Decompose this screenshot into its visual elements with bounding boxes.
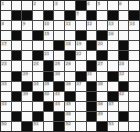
crossword-cell-r2c4[interactable]: 10 [44,21,54,30]
clue-number: 43 [1,102,7,107]
clue-number: 40 [44,92,50,97]
black-cell-r0c7 [76,1,86,10]
black-cell-r9c3 [33,92,43,101]
black-cell-r5c9 [97,51,107,60]
clue-number: 23 [1,61,7,66]
clue-number: 22 [76,51,82,56]
clue-number: 36 [65,82,71,87]
clue-number: 12 [87,21,93,26]
crossword-cell-r4c3[interactable] [33,41,43,50]
crossword-cell-r2c0[interactable]: 8 [1,21,11,30]
crossword-cell-r7c0[interactable] [1,72,11,81]
crossword-cell-r4c10[interactable] [108,41,118,50]
black-cell-r11c8 [87,112,97,121]
crossword-cell-r10c2[interactable] [22,102,32,111]
crossword-cell-r7c11[interactable]: 32 [119,72,129,81]
crossword-cell-r9c9[interactable] [97,92,107,101]
crossword-cell-r5c12[interactable] [129,51,139,60]
crossword-cell-r3c10[interactable]: 16 [108,31,118,40]
crossword-cell-r6c7[interactable] [76,61,86,70]
black-cell-r11c11 [119,112,129,121]
crossword-cell-r9c12[interactable] [129,92,139,101]
black-cell-r8c2 [22,82,32,91]
black-cell-r6c4 [44,61,54,70]
clue-number: 46 [97,102,103,107]
crossword-cell-r2c6[interactable]: 11 [65,21,75,30]
crossword-cell-r6c1[interactable] [12,61,22,70]
crossword-cell-r8c4[interactable]: 35 [44,82,54,91]
clue-number: 39 [22,92,28,97]
clue-number: 16 [108,31,114,36]
black-cell-r5c6 [65,51,75,60]
crossword-cell-r1c9[interactable] [97,11,107,20]
clue-number: 48 [65,112,71,117]
crossword-cell-r2c2[interactable]: 9 [22,21,32,30]
crossword-cell-r0c1[interactable] [12,1,22,10]
black-cell-r3c7 [76,31,86,40]
black-cell-r4c11 [119,41,129,50]
crossword-cell-r11c12[interactable] [129,112,139,121]
clue-number: 20 [97,41,103,46]
black-cell-r11c3 [33,112,43,121]
clue-number: 4 [87,1,90,6]
crossword-cell-r11c6[interactable]: 48 [65,112,75,121]
crossword-cell-r2c1[interactable] [12,21,22,30]
crossword-cell-r3c0[interactable] [1,31,11,40]
black-cell-r7c7 [76,72,86,81]
crossword-cell-r2c3[interactable] [33,21,43,30]
black-cell-r3c3 [33,31,43,40]
black-cell-r3c1 [12,31,22,40]
crossword-cell-r4c0[interactable]: 17 [1,41,11,50]
crossword-cell-r9c2[interactable]: 39 [22,92,32,101]
clue-number: 31 [87,72,93,77]
crossword-cell-r6c6[interactable]: 26 [65,61,75,70]
crossword-cell-r3c11[interactable] [119,31,129,40]
crossword-cell-r2c7[interactable] [76,21,86,30]
clue-number: 51 [33,122,39,127]
black-cell-r12c9 [97,122,107,131]
crossword-cell-r12c7[interactable] [76,122,86,131]
clue-number: 53 [108,122,114,127]
crossword-cell-r5c5[interactable] [54,51,64,60]
crossword-cell-r2c12[interactable]: 14 [129,21,139,30]
clue-number: 25 [54,61,60,66]
clue-number: 5 [97,1,100,6]
black-cell-r7c4 [44,72,54,81]
black-cell-r5c3 [33,51,43,60]
black-cell-r9c10 [108,92,118,101]
clue-number: 13 [108,21,114,26]
crossword-cell-r7c6[interactable] [65,72,75,81]
crossword-cell-r4c6[interactable]: 18 [65,41,75,50]
black-cell-r1c6 [65,11,75,20]
black-cell-r11c5 [54,112,64,121]
clue-number: 32 [119,72,125,77]
crossword-cell-r8c1[interactable] [12,82,22,91]
clue-number: 50 [1,122,7,127]
crossword-cell-r4c4[interactable] [44,41,54,50]
crossword-cell-r4c1[interactable] [12,41,22,50]
crossword-cell-r2c10[interactable]: 13 [108,21,118,30]
crossword-cell-r12c6[interactable]: 52 [65,122,75,131]
black-cell-r1c1 [12,11,22,20]
crossword-cell-r2c5[interactable] [54,21,64,30]
black-cell-r6c8 [87,61,97,70]
crossword-cell-r8c6[interactable]: 36 [65,82,75,91]
clue-number: 17 [1,41,7,46]
crossword-cell-r3c4[interactable]: 15 [44,31,54,40]
crossword-cell-r10c5[interactable]: 44 [54,102,64,111]
crossword-cell-r11c9[interactable]: 49 [97,112,107,121]
crossword-cell-r5c4[interactable]: 21 [44,51,54,60]
crossword-cell-r7c3[interactable] [33,72,43,81]
crossword-cell-r9c4[interactable]: 40 [44,92,54,101]
clue-number: 33 [1,82,7,87]
black-cell-r12c2 [22,122,32,131]
crossword-cell-r3c8[interactable] [87,31,97,40]
black-cell-r7c10 [108,72,118,81]
crossword-cell-r10c11[interactable] [119,102,129,111]
crossword-cell-r11c10[interactable] [108,112,118,121]
crossword-cell-r12c4[interactable] [44,122,54,131]
crossword-cell-r1c11[interactable] [119,11,129,20]
crossword-cell-r3c2[interactable] [22,31,32,40]
clue-number: 41 [54,92,60,97]
crossword-cell-r8c10[interactable] [108,82,118,91]
crossword-cell-r5c0[interactable] [1,51,11,60]
crossword-cell-r12c3[interactable]: 51 [33,122,43,131]
clue-number: 8 [1,21,4,26]
crossword-cell-r10c10[interactable]: 47 [108,102,118,111]
crossword-cell-r4c9[interactable]: 20 [97,41,107,50]
crossword-cell-r0c0[interactable]: 1 [1,1,11,10]
crossword-cell-r12c8[interactable] [87,122,97,131]
crossword-cell-r6c5[interactable]: 25 [54,61,64,70]
black-cell-r12c5 [54,122,64,131]
crossword-cell-r12c10[interactable]: 53 [108,122,118,131]
clue-number: 26 [65,61,71,66]
black-cell-r8c5 [54,82,64,91]
crossword-cell-r0c9[interactable]: 5 [97,1,107,10]
crossword-cell-r1c3[interactable] [33,11,43,20]
black-cell-r4c8 [87,41,97,50]
crossword-cell-r0c6[interactable] [65,1,75,10]
clue-number: 47 [108,102,114,107]
crossword-cell-r6c0[interactable]: 23 [1,61,11,70]
clue-number: 10 [44,21,50,26]
crossword-cell-r5c8[interactable] [87,51,97,60]
crossword-cell-r8c12[interactable] [129,82,139,91]
black-cell-r9c6 [65,92,75,101]
crossword-cell-r6c12[interactable] [129,61,139,70]
crossword-cell-r8c0[interactable]: 33 [1,82,11,91]
crossword-cell-r11c7[interactable] [76,112,86,121]
clue-number: 19 [76,41,82,46]
crossword-cell-r9c7[interactable] [76,92,86,101]
clue-number: 11 [65,21,71,26]
clue-number: 24 [33,61,39,66]
crossword-cell-r7c8[interactable]: 31 [87,72,97,81]
crossword-cell-r9c11[interactable]: 42 [119,92,129,101]
crossword-cell-r10c6[interactable]: 45 [65,102,75,111]
clue-number: 38 [97,82,103,87]
crossword-cell-r0c12[interactable] [129,1,139,10]
crossword-cell-r7c2[interactable]: 29 [22,72,32,81]
crossword-cell-r9c0[interactable] [1,92,11,101]
crossword-cell-r10c7[interactable] [76,102,86,111]
crossword-cell-r4c12[interactable] [129,41,139,50]
crossword-cell-r12c1[interactable] [12,122,22,131]
clue-number: 34 [33,82,39,87]
crossword-cell-r2c8[interactable]: 12 [87,21,97,30]
crossword-cell-r1c5[interactable] [54,11,64,20]
crossword-cell-r10c0[interactable]: 43 [1,102,11,111]
clue-number: 14 [129,21,135,26]
black-cell-r3c9 [97,31,107,40]
clue-number: 3 [54,1,57,6]
crossword-cell-r0c4[interactable] [44,1,54,10]
crossword-cell-r0c11[interactable]: 6 [119,1,129,10]
crossword-cell-r4c2[interactable] [22,41,32,50]
crossword-cell-r7c5[interactable]: 30 [54,72,64,81]
crossword-cell-r3c6[interactable] [65,31,75,40]
crossword-cell-r8c7[interactable]: 37 [76,82,86,91]
black-cell-r1c2 [22,11,32,20]
crossword-cell-r12c11[interactable] [119,122,129,131]
crossword-cell-r0c3[interactable]: 2 [33,1,43,10]
crossword-cell-r5c7[interactable]: 22 [76,51,86,60]
crossword-cell-r0c8[interactable]: 4 [87,1,97,10]
black-cell-r1c8 [87,11,97,20]
crossword-cell-r2c9[interactable] [97,21,107,30]
clue-number: 27 [97,61,103,66]
crossword-cell-r7c9[interactable] [97,72,107,81]
crossword-cell-r7c12[interactable] [129,72,139,81]
clue-number: 1 [1,1,4,6]
crossword-cell-r6c2[interactable] [22,61,32,70]
clue-number: 37 [76,82,82,87]
crossword-cell-r6c10[interactable] [108,61,118,70]
clue-number: 15 [44,31,50,36]
crossword-cell-r0c2[interactable] [22,1,32,10]
clue-number: 9 [22,21,25,26]
black-cell-r9c8 [87,92,97,101]
black-cell-r10c4 [44,102,54,111]
crossword-cell-r1c0[interactable] [1,11,11,20]
clue-number: 35 [44,82,50,87]
crossword-cell-r1c7[interactable]: 7 [76,11,86,20]
crossword-cell-r6c3[interactable]: 24 [33,61,43,70]
crossword-cell-r10c12[interactable] [129,102,139,111]
crossword-cell-r10c9[interactable]: 46 [97,102,107,111]
crossword-cell-r10c1[interactable] [12,102,22,111]
black-cell-r8c11 [119,82,129,91]
clue-number: 42 [119,92,125,97]
crossword-cell-r11c0[interactable] [1,112,11,121]
clue-number: 7 [76,11,79,16]
crossword-cell-r0c10[interactable] [108,1,118,10]
clue-number: 30 [54,72,60,77]
crossword-cell-r8c9[interactable]: 38 [97,82,107,91]
crossword-cell-r12c12[interactable] [129,122,139,131]
black-cell-r10c8 [87,102,97,111]
black-cell-r5c1 [12,51,22,60]
crossword-cell-r2c11[interactable] [119,21,129,30]
crossword-cell-r8c3[interactable]: 34 [33,82,43,91]
crossword-cell-r3c5[interactable] [54,31,64,40]
crossword-cell-r10c3[interactable] [33,102,43,111]
clue-number: 21 [44,51,50,56]
clue-number: 45 [65,102,71,107]
clue-number: 49 [97,112,103,117]
clue-number: 2 [33,1,36,6]
black-cell-r1c12 [129,11,139,20]
clue-number: 18 [65,41,71,46]
clue-number: 28 [119,61,125,66]
clue-number: 6 [119,1,122,6]
crossword-cell-r5c10[interactable] [108,51,118,60]
crossword-board: 1234567891011121314151617181920212223242… [0,0,140,132]
black-cell-r5c11 [119,51,129,60]
crossword-cell-r5c2[interactable] [22,51,32,60]
clue-number: 29 [22,72,28,77]
black-cell-r9c1 [12,92,22,101]
black-cell-r1c10 [108,11,118,20]
crossword-cell-r9c5[interactable]: 41 [54,92,64,101]
black-cell-r8c8 [87,82,97,91]
crossword-cell-r3c12[interactable] [129,31,139,40]
clue-number: 44 [54,102,60,107]
black-cell-r4c5 [54,41,64,50]
black-cell-r7c1 [12,72,22,81]
crossword-cell-r0c5[interactable]: 3 [54,1,64,10]
clue-number: 52 [65,122,71,127]
crossword-cell-r4c7[interactable]: 19 [76,41,86,50]
crossword-cell-r6c11[interactable]: 28 [119,61,129,70]
black-cell-r1c4 [44,11,54,20]
crossword-cell-r11c4[interactable] [44,112,54,121]
crossword-cell-r12c0[interactable]: 50 [1,122,11,131]
crossword-cell-r11c2[interactable] [22,112,32,121]
black-cell-r11c1 [12,112,22,121]
crossword-cell-r6c9[interactable]: 27 [97,61,107,70]
